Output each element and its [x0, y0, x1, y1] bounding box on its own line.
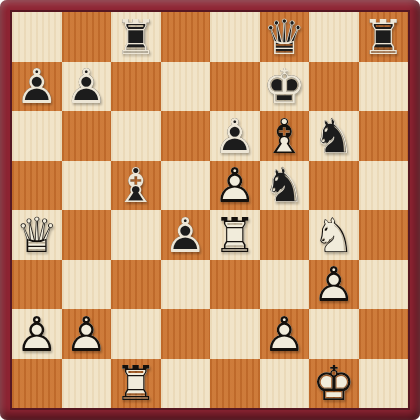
square-e4[interactable]: ♜♖	[210, 210, 260, 260]
piece-white-bishop-f6[interactable]: ♝♗	[260, 111, 310, 161]
square-h4[interactable]	[359, 210, 409, 260]
square-g5[interactable]	[309, 161, 359, 211]
square-c6[interactable]	[111, 111, 161, 161]
piece-white-pawn-b2[interactable]: ♟♙	[62, 309, 112, 359]
piece-white-king-g1[interactable]: ♚♔	[309, 359, 359, 409]
piece-outline-glyph: ♙	[62, 309, 112, 359]
piece-outline-glyph: ♙	[12, 309, 62, 359]
piece-outline-glyph: ♗	[111, 161, 161, 211]
square-f1[interactable]	[260, 359, 310, 409]
square-e8[interactable]	[210, 12, 260, 62]
square-a2[interactable]: ♟♙	[12, 309, 62, 359]
piece-white-pawn-a2[interactable]: ♟♙	[12, 309, 62, 359]
piece-black-knight-g6[interactable]: ♞♘	[309, 111, 359, 161]
piece-outline-glyph: ♙	[210, 111, 260, 161]
square-c4[interactable]	[111, 210, 161, 260]
square-b3[interactable]	[62, 260, 112, 310]
square-d3[interactable]	[161, 260, 211, 310]
square-d4[interactable]: ♟♙	[161, 210, 211, 260]
piece-outline-glyph: ♘	[309, 210, 359, 260]
square-e2[interactable]	[210, 309, 260, 359]
square-a6[interactable]	[12, 111, 62, 161]
piece-outline-glyph: ♘	[260, 161, 310, 211]
square-b2[interactable]: ♟♙	[62, 309, 112, 359]
piece-outline-glyph: ♔	[260, 62, 310, 112]
square-h7[interactable]	[359, 62, 409, 112]
piece-outline-glyph: ♘	[309, 111, 359, 161]
square-f4[interactable]	[260, 210, 310, 260]
piece-outline-glyph: ♔	[309, 359, 359, 409]
square-c3[interactable]	[111, 260, 161, 310]
square-b5[interactable]	[62, 161, 112, 211]
piece-white-knight-g4[interactable]: ♞♘	[309, 210, 359, 260]
square-b6[interactable]	[62, 111, 112, 161]
square-c2[interactable]	[111, 309, 161, 359]
square-c5[interactable]: ♝♗	[111, 161, 161, 211]
square-c1[interactable]: ♜♖	[111, 359, 161, 409]
piece-outline-glyph: ♙	[309, 260, 359, 310]
piece-outline-glyph: ♙	[62, 62, 112, 112]
piece-outline-glyph: ♕	[12, 210, 62, 260]
piece-white-pawn-g3[interactable]: ♟♙	[309, 260, 359, 310]
board-frame: ♜♖♛♕♜♖♟♙♟♙♚♔♟♙♝♗♞♘♝♗♟♙♞♘♛♕♟♙♜♖♞♘♟♙♟♙♟♙♟♙…	[0, 0, 420, 420]
piece-outline-glyph: ♖	[111, 359, 161, 409]
chess-board: ♜♖♛♕♜♖♟♙♟♙♚♔♟♙♝♗♞♘♝♗♟♙♞♘♛♕♟♙♜♖♞♘♟♙♟♙♟♙♟♙…	[12, 12, 408, 408]
square-a8[interactable]	[12, 12, 62, 62]
square-d7[interactable]	[161, 62, 211, 112]
piece-black-pawn-d4[interactable]: ♟♙	[161, 210, 211, 260]
square-a3[interactable]	[12, 260, 62, 310]
piece-black-knight-f5[interactable]: ♞♘	[260, 161, 310, 211]
square-c8[interactable]: ♜♖	[111, 12, 161, 62]
square-d5[interactable]	[161, 161, 211, 211]
square-g2[interactable]	[309, 309, 359, 359]
square-d2[interactable]	[161, 309, 211, 359]
piece-white-pawn-f2[interactable]: ♟♙	[260, 309, 310, 359]
piece-outline-glyph: ♕	[260, 12, 310, 62]
square-b7[interactable]: ♟♙	[62, 62, 112, 112]
piece-white-pawn-e5[interactable]: ♟♙	[210, 161, 260, 211]
square-g6[interactable]: ♞♘	[309, 111, 359, 161]
square-h6[interactable]	[359, 111, 409, 161]
square-f3[interactable]	[260, 260, 310, 310]
piece-black-rook-h8[interactable]: ♜♖	[359, 12, 409, 62]
piece-outline-glyph: ♙	[260, 309, 310, 359]
piece-outline-glyph: ♗	[260, 111, 310, 161]
square-a1[interactable]	[12, 359, 62, 409]
piece-black-rook-c8[interactable]: ♜♖	[111, 12, 161, 62]
square-f6[interactable]: ♝♗	[260, 111, 310, 161]
square-e1[interactable]	[210, 359, 260, 409]
piece-black-pawn-e6[interactable]: ♟♙	[210, 111, 260, 161]
piece-outline-glyph: ♙	[210, 161, 260, 211]
piece-outline-glyph: ♖	[359, 12, 409, 62]
piece-outline-glyph: ♙	[12, 62, 62, 112]
square-c7[interactable]	[111, 62, 161, 112]
piece-outline-glyph: ♖	[111, 12, 161, 62]
square-h1[interactable]	[359, 359, 409, 409]
square-e3[interactable]	[210, 260, 260, 310]
piece-black-pawn-b7[interactable]: ♟♙	[62, 62, 112, 112]
square-e6[interactable]: ♟♙	[210, 111, 260, 161]
square-f2[interactable]: ♟♙	[260, 309, 310, 359]
piece-white-queen-a4[interactable]: ♛♕	[12, 210, 62, 260]
square-g7[interactable]	[309, 62, 359, 112]
square-b4[interactable]	[62, 210, 112, 260]
square-g4[interactable]: ♞♘	[309, 210, 359, 260]
piece-black-king-f7[interactable]: ♚♔	[260, 62, 310, 112]
square-h3[interactable]	[359, 260, 409, 310]
piece-black-pawn-a7[interactable]: ♟♙	[12, 62, 62, 112]
square-f5[interactable]: ♞♘	[260, 161, 310, 211]
piece-black-queen-f8[interactable]: ♛♕	[260, 12, 310, 62]
square-h2[interactable]	[359, 309, 409, 359]
square-d1[interactable]	[161, 359, 211, 409]
square-g1[interactable]: ♚♔	[309, 359, 359, 409]
square-a5[interactable]	[12, 161, 62, 211]
square-f7[interactable]: ♚♔	[260, 62, 310, 112]
piece-white-rook-c1[interactable]: ♜♖	[111, 359, 161, 409]
square-e7[interactable]	[210, 62, 260, 112]
piece-outline-glyph: ♙	[161, 210, 211, 260]
piece-black-bishop-c5[interactable]: ♝♗	[111, 161, 161, 211]
square-g3[interactable]: ♟♙	[309, 260, 359, 310]
square-f8[interactable]: ♛♕	[260, 12, 310, 62]
square-h5[interactable]	[359, 161, 409, 211]
square-h8[interactable]: ♜♖	[359, 12, 409, 62]
piece-outline-glyph: ♖	[210, 210, 260, 260]
piece-white-rook-e4[interactable]: ♜♖	[210, 210, 260, 260]
square-g8[interactable]	[309, 12, 359, 62]
square-b1[interactable]	[62, 359, 112, 409]
square-d8[interactable]	[161, 12, 211, 62]
square-b8[interactable]	[62, 12, 112, 62]
square-a4[interactable]: ♛♕	[12, 210, 62, 260]
square-a7[interactable]: ♟♙	[12, 62, 62, 112]
square-e5[interactable]: ♟♙	[210, 161, 260, 211]
square-d6[interactable]	[161, 111, 211, 161]
